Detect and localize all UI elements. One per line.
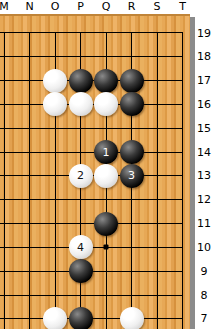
intersection-M7[interactable] <box>0 307 17 329</box>
intersection-Q10[interactable] <box>93 236 119 260</box>
intersection-T14[interactable] <box>170 140 190 164</box>
go-diagram: MNOPQRST 1234 19181716151413121110987 <box>0 0 212 329</box>
intersection-R9[interactable] <box>119 259 145 283</box>
intersection-T12[interactable] <box>170 188 190 212</box>
intersection-N9[interactable] <box>17 259 43 283</box>
go-board[interactable]: 1234 <box>0 14 190 329</box>
intersection-P12[interactable] <box>68 188 94 212</box>
intersection-S17[interactable] <box>144 69 170 93</box>
intersection-M8[interactable] <box>0 283 17 307</box>
col-label-S: S <box>147 0 167 13</box>
intersection-O11[interactable] <box>42 212 68 236</box>
intersection-N19[interactable] <box>17 21 43 45</box>
intersection-R8[interactable] <box>119 283 145 307</box>
intersection-O10[interactable] <box>42 236 68 260</box>
intersection-T7[interactable] <box>170 307 190 329</box>
intersection-P19[interactable] <box>68 21 94 45</box>
intersection-S16[interactable] <box>144 93 170 117</box>
col-label-T: T <box>173 0 193 13</box>
intersection-N17[interactable] <box>17 69 43 93</box>
intersection-O8[interactable] <box>42 283 68 307</box>
intersection-Q13[interactable] <box>93 164 119 188</box>
intersection-Q8[interactable] <box>93 283 119 307</box>
intersection-Q14[interactable]: 1 <box>93 140 119 164</box>
intersection-R13[interactable]: 3 <box>119 164 145 188</box>
stone-white-R7 <box>120 307 144 329</box>
intersection-P7[interactable] <box>68 307 94 329</box>
move-number-2: 2 <box>77 169 84 182</box>
intersection-N10[interactable] <box>17 236 43 260</box>
intersection-R10[interactable] <box>119 236 145 260</box>
intersection-Q7[interactable] <box>93 307 119 329</box>
intersection-P10[interactable]: 4 <box>68 236 94 260</box>
stone-white-O16 <box>43 92 67 116</box>
stone-black-Q11 <box>94 212 118 236</box>
intersection-Q12[interactable] <box>93 188 119 212</box>
intersection-P9[interactable] <box>68 259 94 283</box>
row-label-8: 8 <box>196 289 212 302</box>
intersection-Q18[interactable] <box>93 45 119 69</box>
col-label-M: M <box>0 0 14 13</box>
intersection-Q11[interactable] <box>93 212 119 236</box>
intersection-M17[interactable] <box>0 69 17 93</box>
intersection-T19[interactable] <box>170 21 190 45</box>
move-number-1: 1 <box>103 146 110 159</box>
intersection-S14[interactable] <box>144 140 170 164</box>
intersection-Q17[interactable] <box>93 69 119 93</box>
row-label-13: 13 <box>196 169 212 182</box>
intersection-R11[interactable] <box>119 212 145 236</box>
col-label-O: O <box>45 0 65 13</box>
intersection-P11[interactable] <box>68 212 94 236</box>
stone-white-P16 <box>69 92 93 116</box>
stone-white-Q16 <box>94 92 118 116</box>
stone-white-O7 <box>43 307 67 329</box>
intersection-M9[interactable] <box>0 259 17 283</box>
row-label-14: 14 <box>196 146 212 159</box>
row-label-11: 11 <box>196 217 212 230</box>
intersection-R16[interactable] <box>119 93 145 117</box>
stone-white-O17 <box>43 69 67 93</box>
row-label-10: 10 <box>196 241 212 254</box>
intersection-S8[interactable] <box>144 283 170 307</box>
col-label-R: R <box>122 0 142 13</box>
board-top-edge <box>0 14 190 16</box>
move-number-3: 3 <box>128 169 135 182</box>
col-label-Q: Q <box>96 0 116 13</box>
intersection-O16[interactable] <box>42 93 68 117</box>
intersection-O9[interactable] <box>42 259 68 283</box>
intersection-P8[interactable] <box>68 283 94 307</box>
intersection-O18[interactable] <box>42 45 68 69</box>
stone-black-Q14: 1 <box>94 140 118 164</box>
stone-white-P10: 4 <box>69 235 93 259</box>
intersection-S13[interactable] <box>144 164 170 188</box>
intersection-P18[interactable] <box>68 45 94 69</box>
row-label-19: 19 <box>196 27 212 40</box>
intersection-T16[interactable] <box>170 93 190 117</box>
intersection-S19[interactable] <box>144 21 170 45</box>
stone-black-R14 <box>120 140 144 164</box>
intersection-N18[interactable] <box>17 45 43 69</box>
intersection-Q9[interactable] <box>93 259 119 283</box>
stone-black-R13: 3 <box>120 164 144 188</box>
intersection-Q16[interactable] <box>93 93 119 117</box>
stone-white-Q13 <box>94 164 118 188</box>
intersection-T10[interactable] <box>170 236 190 260</box>
row-label-7: 7 <box>196 312 212 325</box>
intersection-R14[interactable] <box>119 140 145 164</box>
intersection-T18[interactable] <box>170 45 190 69</box>
row-label-12: 12 <box>196 193 212 206</box>
intersection-S10[interactable] <box>144 236 170 260</box>
intersection-M10[interactable] <box>0 236 17 260</box>
intersection-N12[interactable] <box>17 188 43 212</box>
intersection-N15[interactable] <box>17 116 43 140</box>
intersection-Q15[interactable] <box>93 116 119 140</box>
intersection-O14[interactable] <box>42 140 68 164</box>
col-label-P: P <box>71 0 91 13</box>
intersection-P15[interactable] <box>68 116 94 140</box>
intersection-R19[interactable] <box>119 21 145 45</box>
intersection-M14[interactable] <box>0 140 17 164</box>
col-label-N: N <box>20 0 40 13</box>
stone-black-R16 <box>120 92 144 116</box>
intersection-M12[interactable] <box>0 188 17 212</box>
stone-black-R17 <box>120 69 144 93</box>
intersection-P14[interactable] <box>68 140 94 164</box>
intersection-M11[interactable] <box>0 212 17 236</box>
intersection-M15[interactable] <box>0 116 17 140</box>
intersection-N8[interactable] <box>17 283 43 307</box>
intersection-N13[interactable] <box>17 164 43 188</box>
move-number-4: 4 <box>77 241 84 254</box>
intersection-M18[interactable] <box>0 45 17 69</box>
intersection-S18[interactable] <box>144 45 170 69</box>
intersection-T11[interactable] <box>170 212 190 236</box>
intersection-S9[interactable] <box>144 259 170 283</box>
stone-black-P17 <box>69 69 93 93</box>
intersection-O13[interactable] <box>42 164 68 188</box>
intersection-M13[interactable] <box>0 164 17 188</box>
row-label-18: 18 <box>196 50 212 63</box>
board-grid: 1234 <box>0 21 190 329</box>
stone-white-P13: 2 <box>69 164 93 188</box>
intersection-S15[interactable] <box>144 116 170 140</box>
intersection-S7[interactable] <box>144 307 170 329</box>
intersection-O7[interactable] <box>42 307 68 329</box>
intersection-N16[interactable] <box>17 93 43 117</box>
intersection-Q19[interactable] <box>93 21 119 45</box>
intersection-T17[interactable] <box>170 69 190 93</box>
intersection-O15[interactable] <box>42 116 68 140</box>
intersection-T15[interactable] <box>170 116 190 140</box>
intersection-R15[interactable] <box>119 116 145 140</box>
intersection-N7[interactable] <box>17 307 43 329</box>
stone-black-Q17 <box>94 69 118 93</box>
row-label-9: 9 <box>196 265 212 278</box>
intersection-O17[interactable] <box>42 69 68 93</box>
intersection-R12[interactable] <box>119 188 145 212</box>
row-label-17: 17 <box>196 74 212 87</box>
row-label-16: 16 <box>196 98 212 111</box>
intersection-T9[interactable] <box>170 259 190 283</box>
intersection-P13[interactable]: 2 <box>68 164 94 188</box>
intersection-N11[interactable] <box>17 212 43 236</box>
intersection-M16[interactable] <box>0 93 17 117</box>
star-point-Q10 <box>104 245 109 250</box>
intersection-R7[interactable] <box>119 307 145 329</box>
stone-black-P9 <box>69 259 93 283</box>
intersection-O19[interactable] <box>42 21 68 45</box>
row-label-15: 15 <box>196 122 212 135</box>
stone-black-P7 <box>69 307 93 329</box>
intersection-M19[interactable] <box>0 21 17 45</box>
intersection-P16[interactable] <box>68 93 94 117</box>
intersection-O12[interactable] <box>42 188 68 212</box>
intersection-R18[interactable] <box>119 45 145 69</box>
intersection-S11[interactable] <box>144 212 170 236</box>
intersection-N14[interactable] <box>17 140 43 164</box>
board-shadow <box>190 17 195 329</box>
intersection-R17[interactable] <box>119 69 145 93</box>
intersection-P17[interactable] <box>68 69 94 93</box>
intersection-T13[interactable] <box>170 164 190 188</box>
intersection-S12[interactable] <box>144 188 170 212</box>
intersection-T8[interactable] <box>170 283 190 307</box>
